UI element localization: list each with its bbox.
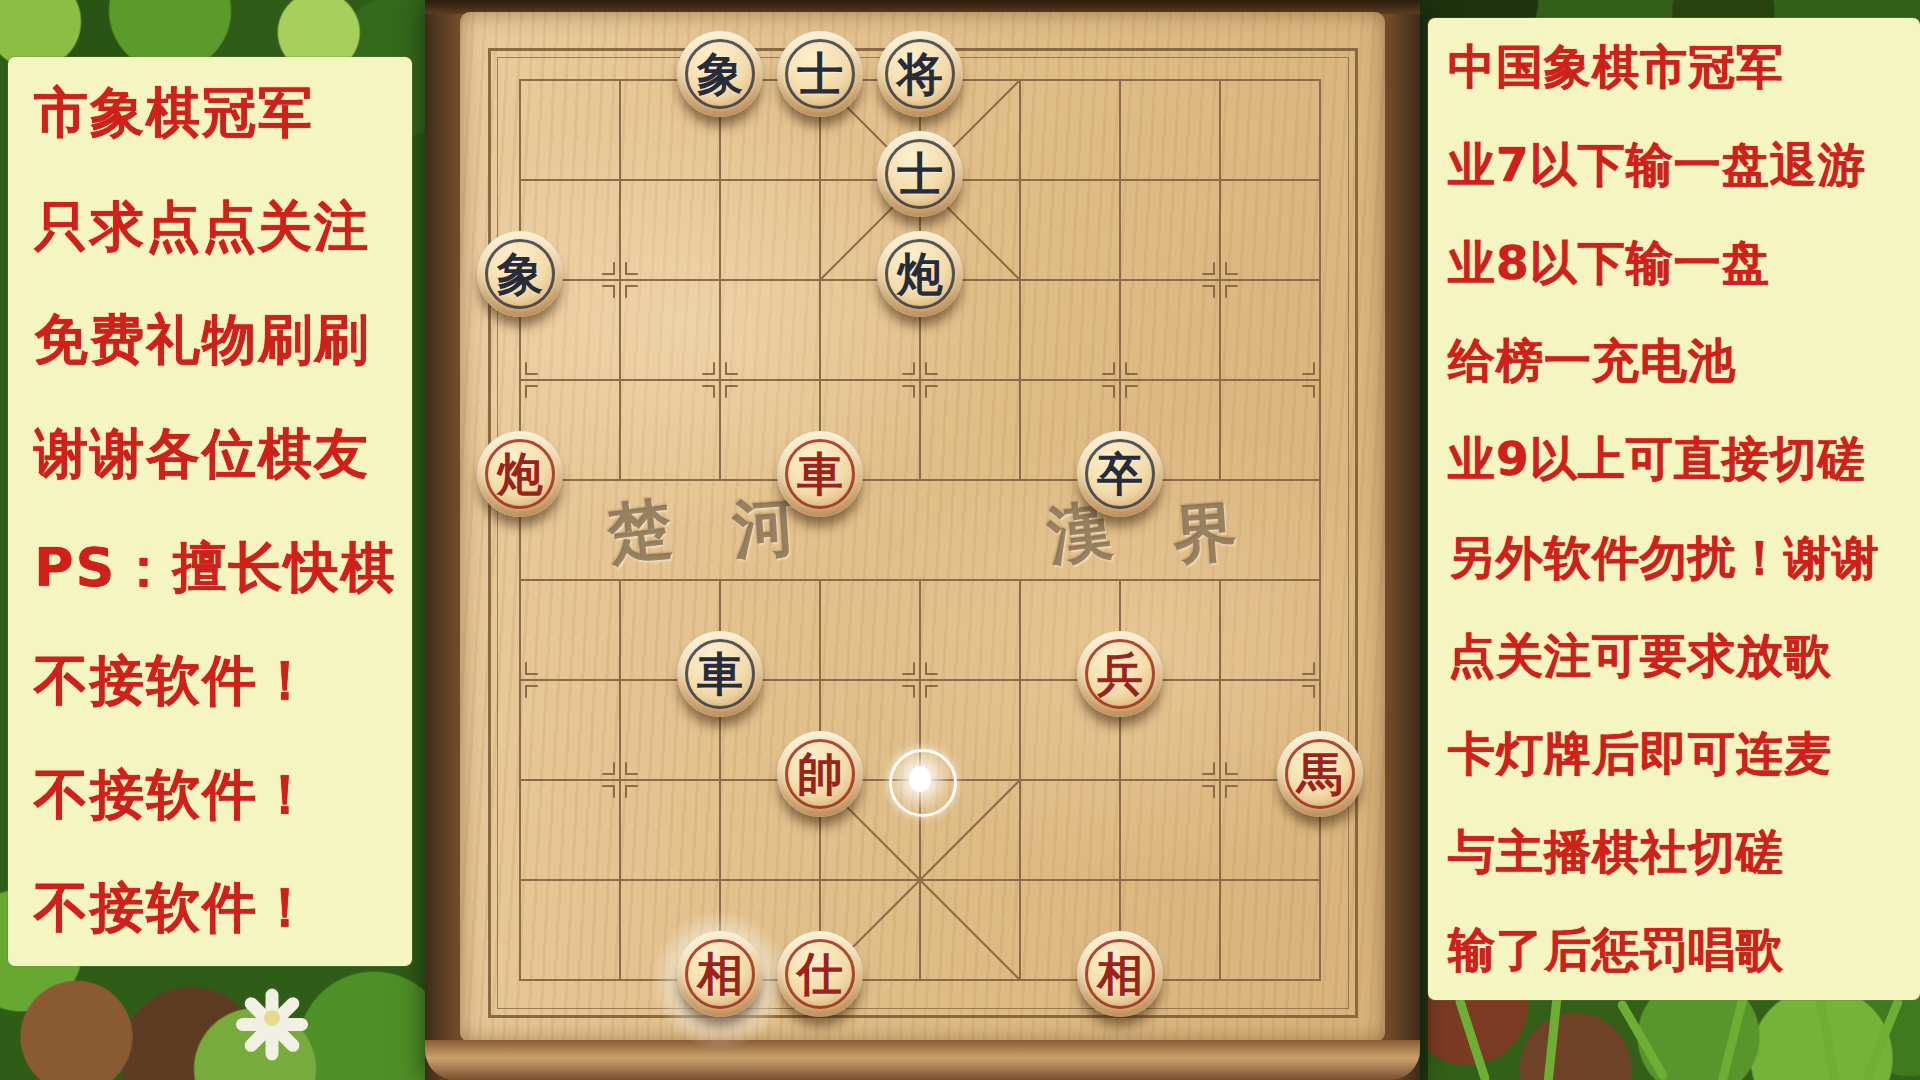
river-label-char: 楚 (595, 483, 685, 579)
left-panel-line: PS：擅长快棋 (8, 511, 412, 625)
piece-glyph: 相 (1097, 951, 1143, 997)
piece-glyph: 仕 (797, 951, 843, 997)
river-label-char: 界 (1162, 487, 1248, 579)
stream-frame: 楚河漢界象士将士炮象卒車炮車兵帥馬相仕相 市象棋冠军 只求点点关注 免费礼物刷刷… (0, 0, 1920, 1080)
piece-black-炮[interactable]: 炮 (877, 231, 963, 317)
piece-black-将[interactable]: 将 (877, 31, 963, 117)
piece-glyph: 士 (797, 51, 843, 97)
right-panel-line: 另外软件勿扰！谢谢 (1428, 509, 1920, 607)
piece-glyph: 兵 (1097, 651, 1143, 697)
right-panel-line: 业7以下输一盘退游 (1428, 116, 1920, 214)
right-panel-line: 输了后惩罚唱歌 (1428, 902, 1920, 1000)
piece-glyph: 将 (897, 51, 943, 97)
piece-glyph: 馬 (1297, 751, 1343, 797)
piece-black-象[interactable]: 象 (477, 231, 563, 317)
piece-glyph: 卒 (1097, 451, 1143, 497)
left-panel-line: 不接软件！ (8, 852, 412, 966)
piece-glyph: 炮 (497, 451, 543, 497)
piece-glyph: 炮 (897, 251, 943, 297)
piece-black-象[interactable]: 象 (677, 31, 763, 117)
right-panel-line: 中国象棋市冠军 (1428, 18, 1920, 116)
piece-glyph: 車 (697, 651, 743, 697)
piece-red-相[interactable]: 相 (1077, 931, 1163, 1017)
piece-black-士[interactable]: 士 (877, 131, 963, 217)
right-panel-line: 给榜一充电池 (1428, 313, 1920, 411)
piece-red-馬[interactable]: 馬 (1277, 731, 1363, 817)
left-panel-line: 不接软件！ (8, 739, 412, 853)
piece-glyph: 車 (797, 451, 843, 497)
piece-glyph: 帥 (797, 751, 843, 797)
piece-glyph: 象 (697, 51, 743, 97)
piece-glyph: 士 (897, 151, 943, 197)
left-panel-line: 不接软件！ (8, 625, 412, 739)
piece-red-車[interactable]: 車 (777, 431, 863, 517)
piece-glyph: 象 (497, 251, 543, 297)
right-panel-line: 点关注可要求放歌 (1428, 607, 1920, 705)
left-panel-line: 免费礼物刷刷 (8, 284, 412, 398)
left-panel-line: 市象棋冠军 (8, 57, 412, 171)
selection-cursor[interactable] (889, 749, 957, 817)
left-panel-line: 谢谢各位棋友 (8, 398, 412, 512)
piece-black-士[interactable]: 士 (777, 31, 863, 117)
piece-red-兵[interactable]: 兵 (1077, 631, 1163, 717)
piece-red-相[interactable]: 相 (677, 931, 763, 1017)
piece-black-車[interactable]: 車 (677, 631, 763, 717)
piece-glyph: 相 (697, 951, 743, 997)
piece-black-卒[interactable]: 卒 (1077, 431, 1163, 517)
piece-red-炮[interactable]: 炮 (477, 431, 563, 517)
left-panel-line: 只求点点关注 (8, 171, 412, 285)
right-panel-line: 业8以下输一盘 (1428, 214, 1920, 312)
right-panel-line: 与主播棋社切磋 (1428, 804, 1920, 902)
right-panel-line: 卡灯牌后即可连麦 (1428, 705, 1920, 803)
piece-red-帥[interactable]: 帥 (777, 731, 863, 817)
right-panel-line: 业9以上可直接切磋 (1428, 411, 1920, 509)
piece-red-仕[interactable]: 仕 (777, 931, 863, 1017)
right-notice-panel: 中国象棋市冠军 业7以下输一盘退游 业8以下输一盘 给榜一充电池 业9以上可直接… (1428, 18, 1920, 1000)
left-notice-panel: 市象棋冠军 只求点点关注 免费礼物刷刷 谢谢各位棋友 PS：擅长快棋 不接软件！… (8, 57, 412, 966)
